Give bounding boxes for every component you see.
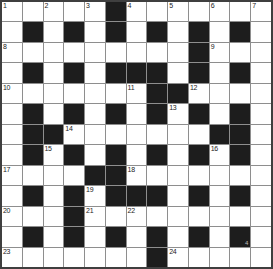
crossword-cell[interactable]: 15	[44, 145, 64, 164]
clue-number: 15	[45, 145, 52, 153]
crossword-cell[interactable]: 21	[85, 207, 105, 226]
crossword-cell[interactable]	[64, 248, 84, 267]
clue-number: 11	[128, 84, 135, 92]
blocked-cell	[189, 104, 209, 123]
crossword-cell[interactable]: 20	[2, 207, 22, 226]
crossword-cell[interactable]	[127, 104, 147, 123]
crossword-cell[interactable]	[44, 43, 64, 62]
blocked-cell	[189, 186, 209, 205]
blocked-cell	[147, 63, 167, 82]
blocked-cell	[147, 186, 167, 205]
crossword-cell[interactable]	[127, 43, 147, 62]
crossword-cell[interactable]	[210, 248, 230, 267]
crossword-cell[interactable]	[168, 166, 188, 185]
crossword-cell[interactable]	[251, 186, 271, 205]
crossword-cell[interactable]	[85, 104, 105, 123]
crossword-cell[interactable]	[251, 63, 271, 82]
crossword-cell[interactable]	[23, 166, 43, 185]
crossword-cell[interactable]: 18	[127, 166, 147, 185]
crossword-cell[interactable]	[23, 207, 43, 226]
blocked-cell	[64, 145, 84, 164]
blocked-cell	[127, 63, 147, 82]
blocked-cell	[168, 84, 188, 103]
crossword-cell[interactable]: 17	[2, 166, 22, 185]
blocked-cell	[23, 63, 43, 82]
crossword-cell[interactable]	[189, 2, 209, 21]
crossword-cell[interactable]	[168, 43, 188, 62]
crossword-cell[interactable]	[64, 166, 84, 185]
crossword-cell[interactable]	[210, 227, 230, 246]
crossword-cell[interactable]	[106, 207, 126, 226]
blocked-cell	[189, 43, 209, 62]
crossword-cell[interactable]: 16	[210, 145, 230, 164]
crossword-cell[interactable]: 23	[2, 248, 22, 267]
clue-number: 1	[3, 2, 7, 10]
blocked-cell	[106, 145, 126, 164]
blocked-cell	[23, 186, 43, 205]
clue-number: 19	[86, 186, 93, 194]
crossword-cell[interactable]	[44, 186, 64, 205]
clue-number: 24	[169, 248, 176, 256]
blocked-cell	[106, 63, 126, 82]
crossword-cell[interactable]	[230, 248, 250, 267]
crossword-cell[interactable]	[85, 63, 105, 82]
blocked-cell	[23, 22, 43, 41]
blocked-cell	[23, 145, 43, 164]
watermark-text: 4	[245, 240, 248, 246]
crossword-cell[interactable]: 5	[168, 2, 188, 21]
crossword-cell[interactable]: 13	[168, 104, 188, 123]
blocked-cell	[210, 125, 230, 144]
crossword-cell[interactable]	[127, 248, 147, 267]
crossword-cell[interactable]	[251, 166, 271, 185]
crossword-cell[interactable]	[23, 84, 43, 103]
crossword-cell[interactable]	[189, 166, 209, 185]
blocked-cell	[106, 186, 126, 205]
crossword-cell[interactable]: 8	[2, 43, 22, 62]
crossword-cell[interactable]	[230, 166, 250, 185]
crossword-cell[interactable]	[251, 227, 271, 246]
crossword-cell[interactable]: 11	[127, 84, 147, 103]
crossword-cell[interactable]	[2, 227, 22, 246]
crossword-cell[interactable]	[23, 43, 43, 62]
clue-number: 2	[45, 2, 49, 10]
crossword-cell[interactable]	[210, 104, 230, 123]
blocked-cell	[147, 248, 167, 267]
blocked-cell	[106, 22, 126, 41]
blocked-cell	[64, 104, 84, 123]
clue-number: 7	[252, 2, 256, 10]
blocked-cell	[64, 207, 84, 226]
blocked-cell	[147, 22, 167, 41]
crossword-cell[interactable]	[147, 43, 167, 62]
clue-number: 8	[3, 43, 7, 51]
crossword-cell[interactable]	[251, 43, 271, 62]
blocked-cell	[230, 125, 250, 144]
crossword-cell[interactable]	[251, 248, 271, 267]
crossword-cell[interactable]: 10	[2, 84, 22, 103]
clue-number: 9	[211, 43, 215, 51]
crossword-cell[interactable]	[2, 186, 22, 205]
crossword-cell[interactable]	[251, 22, 271, 41]
clue-number: 14	[65, 125, 72, 133]
crossword-cell[interactable]: 7	[251, 2, 271, 21]
crossword-cell[interactable]	[2, 104, 22, 123]
clue-number: 22	[128, 207, 135, 215]
clue-number: 13	[169, 104, 176, 112]
clue-number: 4	[128, 2, 132, 10]
crossword-cell[interactable]	[127, 125, 147, 144]
crossword-cell[interactable]	[168, 22, 188, 41]
crossword-cell[interactable]	[2, 145, 22, 164]
blocked-cell	[189, 227, 209, 246]
crossword-cell[interactable]	[189, 207, 209, 226]
clue-number: 16	[211, 145, 218, 153]
blocked-cell	[147, 145, 167, 164]
crossword-cell[interactable]: 4	[127, 2, 147, 21]
blocked-cell	[64, 186, 84, 205]
clue-number: 23	[3, 248, 10, 256]
blocked-cell	[64, 227, 84, 246]
blocked-cell	[189, 22, 209, 41]
crossword-cell[interactable]	[168, 145, 188, 164]
blocked-cell	[106, 227, 126, 246]
crossword-cell[interactable]	[64, 43, 84, 62]
clue-number: 20	[3, 207, 10, 215]
crossword-cell[interactable]	[147, 2, 167, 21]
crossword-grid: 1234567891011121314151617181920212242324	[0, 0, 273, 269]
crossword-cell[interactable]	[210, 186, 230, 205]
blocked-cell	[189, 145, 209, 164]
crossword-cell[interactable]: 14	[64, 125, 84, 144]
crossword-cell[interactable]: 22	[127, 207, 147, 226]
crossword-cell[interactable]	[85, 22, 105, 41]
crossword-cell[interactable]	[44, 104, 64, 123]
crossword-cell[interactable]	[85, 227, 105, 246]
crossword-cell[interactable]	[85, 43, 105, 62]
blocked-cell	[44, 125, 64, 144]
crossword-cell[interactable]	[251, 84, 271, 103]
blocked-cell	[106, 104, 126, 123]
blocked-cell	[106, 166, 126, 185]
crossword-cell[interactable]	[85, 248, 105, 267]
crossword-cell[interactable]: 24	[168, 248, 188, 267]
crossword-cell[interactable]	[85, 84, 105, 103]
crossword-cell[interactable]	[251, 145, 271, 164]
blocked-cell	[147, 227, 167, 246]
blocked-cell	[64, 63, 84, 82]
crossword-cell[interactable]	[127, 227, 147, 246]
crossword-cell[interactable]: 9	[210, 43, 230, 62]
blocked-cell	[85, 166, 105, 185]
crossword-cell[interactable]	[168, 125, 188, 144]
crossword-cell[interactable]	[44, 227, 64, 246]
clue-number: 6	[211, 2, 215, 10]
blocked-cell	[23, 227, 43, 246]
crossword-cell[interactable]	[23, 2, 43, 21]
crossword-cell[interactable]	[23, 248, 43, 267]
crossword-cell[interactable]	[251, 125, 271, 144]
crossword-cell[interactable]	[230, 207, 250, 226]
crossword-cell[interactable]	[230, 2, 250, 21]
crossword-cell[interactable]	[106, 43, 126, 62]
blocked-cell	[147, 104, 167, 123]
crossword-cell[interactable]	[210, 207, 230, 226]
crossword-cell[interactable]	[168, 186, 188, 205]
clue-number: 18	[128, 166, 135, 174]
blocked-cell	[230, 63, 250, 82]
crossword-cell[interactable]: 1	[2, 2, 22, 21]
crossword-cell[interactable]	[85, 145, 105, 164]
crossword-cell[interactable]	[168, 207, 188, 226]
blocked-cell	[230, 145, 250, 164]
blocked-cell	[23, 104, 43, 123]
crossword-cell[interactable]	[210, 63, 230, 82]
crossword-cell[interactable]: 3	[85, 2, 105, 21]
crossword-cell[interactable]	[147, 166, 167, 185]
crossword-cell[interactable]	[147, 125, 167, 144]
clue-number: 10	[3, 84, 10, 92]
clue-number: 5	[169, 2, 173, 10]
blocked-cell	[23, 125, 43, 144]
crossword-cell[interactable]: 19	[85, 186, 105, 205]
crossword-cell[interactable]	[106, 125, 126, 144]
crossword-cell[interactable]	[189, 248, 209, 267]
crossword-cell[interactable]	[106, 248, 126, 267]
crossword-cell[interactable]	[2, 63, 22, 82]
crossword-cell[interactable]	[230, 43, 250, 62]
blocked-cell	[64, 22, 84, 41]
blocked-cell	[230, 186, 250, 205]
crossword-cell[interactable]	[210, 166, 230, 185]
crossword-cell[interactable]	[168, 227, 188, 246]
crossword-cell[interactable]	[44, 22, 64, 41]
clue-number: 17	[3, 166, 10, 174]
blocked-cell	[106, 2, 126, 21]
crossword-cell[interactable]	[44, 84, 64, 103]
clue-number: 3	[86, 2, 90, 10]
crossword-cell[interactable]	[2, 22, 22, 41]
clue-number: 12	[190, 84, 197, 92]
crossword-cell[interactable]	[85, 125, 105, 144]
crossword-cell[interactable]	[44, 166, 64, 185]
crossword-cell[interactable]	[210, 84, 230, 103]
crossword-cell[interactable]	[230, 84, 250, 103]
crossword-cell[interactable]	[106, 84, 126, 103]
crossword-cell[interactable]	[64, 84, 84, 103]
blocked-cell	[230, 104, 250, 123]
blocked-cell: 4	[230, 227, 250, 246]
clue-number: 21	[86, 207, 93, 215]
crossword-cell[interactable]	[44, 207, 64, 226]
crossword-cell[interactable]	[168, 63, 188, 82]
crossword-cell[interactable]	[251, 104, 271, 123]
crossword-cell[interactable]	[44, 248, 64, 267]
blocked-cell	[127, 186, 147, 205]
crossword-cell[interactable]	[127, 22, 147, 41]
crossword-cell[interactable]	[64, 2, 84, 21]
crossword-cell[interactable]	[44, 63, 64, 82]
crossword-cell[interactable]: 12	[189, 84, 209, 103]
crossword-cell[interactable]: 6	[210, 2, 230, 21]
crossword-cell[interactable]	[189, 125, 209, 144]
crossword-cell[interactable]	[147, 207, 167, 226]
blocked-cell	[189, 63, 209, 82]
crossword-cell[interactable]	[210, 22, 230, 41]
crossword-cell[interactable]: 2	[44, 2, 64, 21]
crossword-cell[interactable]	[127, 145, 147, 164]
crossword-cell[interactable]	[251, 207, 271, 226]
blocked-cell	[147, 84, 167, 103]
blocked-cell	[230, 22, 250, 41]
crossword-cell[interactable]	[2, 125, 22, 144]
